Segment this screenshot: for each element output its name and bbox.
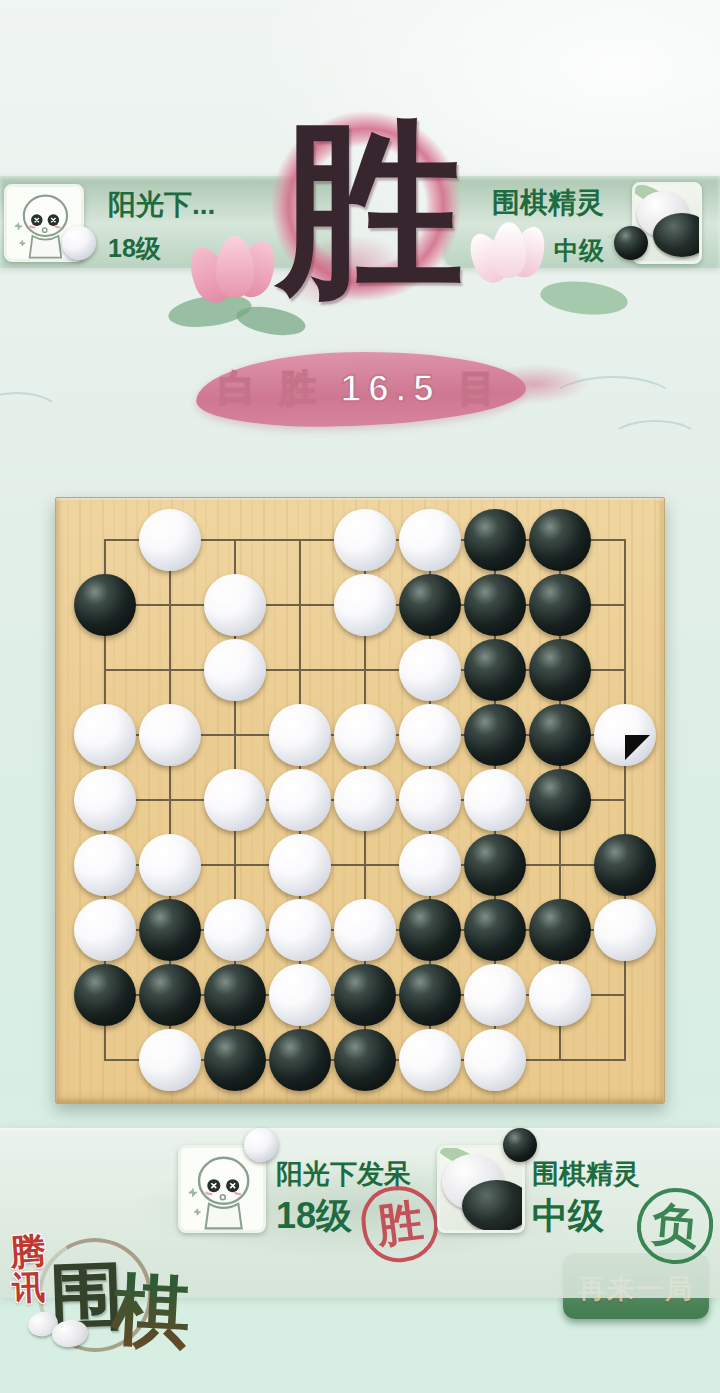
go-stone-white <box>334 574 396 636</box>
go-stone-white <box>529 964 591 1026</box>
go-stone-black <box>139 899 201 961</box>
go-stone-black <box>464 574 526 636</box>
go-stone-white <box>464 964 526 1026</box>
right-player-color-stone <box>614 226 648 260</box>
left-player-rank: 18级 <box>108 232 161 265</box>
result-score-text: 白 胜 16.5 目 <box>180 364 540 414</box>
go-stone-black <box>204 964 266 1026</box>
go-stone-black <box>464 834 526 896</box>
go-stone-white <box>334 899 396 961</box>
go-stone-black <box>529 574 591 636</box>
go-stone-black <box>139 964 201 1026</box>
go-stone-white <box>334 704 396 766</box>
go-stone-white <box>594 899 656 961</box>
go-stone-white <box>399 1029 461 1091</box>
go-stone-white <box>269 704 331 766</box>
go-stone-white <box>204 769 266 831</box>
go-stone-black <box>529 899 591 961</box>
win-banner-character: 胜 <box>268 100 473 320</box>
last-move-triangle-marker <box>625 735 650 760</box>
go-stone-black <box>464 704 526 766</box>
go-stone-black <box>464 639 526 701</box>
bottom-right-name: 围棋精灵 <box>532 1156 640 1192</box>
go-stone-white <box>74 899 136 961</box>
go-stone-white <box>399 834 461 896</box>
bottom-left-rank: 18级 <box>276 1192 352 1241</box>
go-stone-black <box>334 964 396 1026</box>
go-stone-white <box>204 574 266 636</box>
go-stone-white <box>74 834 136 896</box>
go-stone-black <box>74 964 136 1026</box>
go-stone-black <box>529 769 591 831</box>
go-stone-white <box>269 899 331 961</box>
go-stone-white <box>269 769 331 831</box>
go-stone-white <box>74 704 136 766</box>
go-stone-black <box>594 834 656 896</box>
go-stone-black <box>399 964 461 1026</box>
go-stone-black <box>464 899 526 961</box>
go-stone-black <box>399 574 461 636</box>
go-stone-white <box>464 769 526 831</box>
go-stone-black <box>529 639 591 701</box>
go-stone-white <box>269 964 331 1026</box>
go-stone-black <box>269 1029 331 1091</box>
go-stone-white <box>399 509 461 571</box>
cloud-decoration <box>0 392 62 438</box>
right-player-rank: 中级 <box>554 234 604 267</box>
go-stone-white <box>464 1029 526 1091</box>
go-stones-avatar-illustration <box>440 1148 522 1230</box>
logo-name-char-right: 棋 <box>109 1258 192 1367</box>
go-stone-white <box>334 509 396 571</box>
go-stone-white <box>594 704 656 766</box>
left-player-name: 阳光下... <box>108 186 215 224</box>
go-stone-black <box>399 899 461 961</box>
go-board[interactable] <box>55 497 665 1104</box>
go-stone-white <box>74 769 136 831</box>
go-stone-white <box>399 704 461 766</box>
go-board-stones <box>56 498 664 1103</box>
go-stone-white <box>399 639 461 701</box>
go-stone-white <box>139 704 201 766</box>
go-stone-black <box>204 1029 266 1091</box>
go-stone-white <box>269 834 331 896</box>
go-stone-white <box>399 769 461 831</box>
left-player-color-stone <box>62 226 96 260</box>
go-stone-black <box>464 509 526 571</box>
go-stone-white <box>139 1029 201 1091</box>
cloud-decoration <box>610 420 700 460</box>
go-stone-black <box>334 1029 396 1091</box>
game-result-screen: 阳光下... 18级 围棋精灵 中级 胜 白 胜 16.5 目 <box>0 0 720 1393</box>
tencent-go-logo: 腾 讯 围 棋 <box>0 1212 210 1387</box>
go-stone-white <box>204 899 266 961</box>
go-stone-white <box>139 509 201 571</box>
right-player-name: 围棋精灵 <box>492 184 604 222</box>
logo-brand-char-bottom: 讯 <box>11 1265 46 1311</box>
go-stone-white <box>334 769 396 831</box>
go-stone-black <box>529 704 591 766</box>
bottom-left-color-stone <box>244 1128 278 1162</box>
go-stone-black <box>529 509 591 571</box>
bottom-right-rank: 中级 <box>532 1192 604 1241</box>
go-stone-white <box>204 639 266 701</box>
lose-seal: 负 <box>634 1185 716 1267</box>
go-stone-black <box>74 574 136 636</box>
go-stone-white <box>139 834 201 896</box>
